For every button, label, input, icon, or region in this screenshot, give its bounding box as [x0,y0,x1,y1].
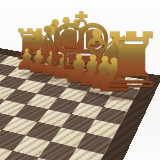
piece-white-rook-h1[interactable]: ♜ [97,23,160,99]
rook-glyph: ♜ [97,23,160,99]
pieces-layer: ♜♟♞♟♝♟♛♟♚♟♝♟♞♟♟♜ [0,0,160,160]
chess-set-photo: ♜♟♞♟♝♟♛♟♚♟♝♟♞♟♟♜ [0,0,160,160]
